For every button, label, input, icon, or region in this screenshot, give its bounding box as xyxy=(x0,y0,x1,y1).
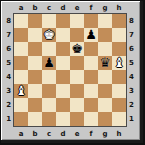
file-label: f xyxy=(84,130,98,139)
rank-label: 4 xyxy=(128,70,137,84)
square-d2[interactable] xyxy=(56,98,70,112)
square-b2[interactable] xyxy=(28,98,42,112)
board-frame-panel: abcdefgh abcdefgh 87654321 87654321 ♚♟♚♟… xyxy=(1,1,143,143)
rank-label: 1 xyxy=(128,112,137,126)
square-f7[interactable]: ♟ xyxy=(84,28,98,42)
file-label: a xyxy=(14,4,28,13)
square-h4[interactable] xyxy=(112,70,126,84)
square-g5[interactable]: ♛ xyxy=(98,56,112,70)
square-g4[interactable] xyxy=(98,70,112,84)
square-d8[interactable] xyxy=(56,14,70,28)
square-d4[interactable] xyxy=(56,70,70,84)
rank-labels-right: 87654321 xyxy=(128,14,137,126)
square-d6[interactable] xyxy=(56,42,70,56)
square-c4[interactable] xyxy=(42,70,56,84)
square-c8[interactable] xyxy=(42,14,56,28)
square-g6[interactable] xyxy=(98,42,112,56)
square-e4[interactable] xyxy=(70,70,84,84)
square-f2[interactable] xyxy=(84,98,98,112)
file-labels-bottom: abcdefgh xyxy=(14,130,126,139)
rank-label: 6 xyxy=(3,42,12,56)
square-f6[interactable] xyxy=(84,42,98,56)
square-g2[interactable] xyxy=(98,98,112,112)
square-e5[interactable] xyxy=(70,56,84,70)
rank-label: 2 xyxy=(128,98,137,112)
square-c3[interactable] xyxy=(42,84,56,98)
square-a7[interactable] xyxy=(14,28,28,42)
square-h3[interactable] xyxy=(112,84,126,98)
black-pawn[interactable]: ♟ xyxy=(84,28,98,42)
white-bishop[interactable]: ♝ xyxy=(14,84,28,98)
rank-label: 8 xyxy=(3,14,12,28)
square-c6[interactable] xyxy=(42,42,56,56)
square-e3[interactable] xyxy=(70,84,84,98)
file-label: d xyxy=(56,130,70,139)
square-d7[interactable] xyxy=(56,28,70,42)
square-e6[interactable]: ♚ xyxy=(70,42,84,56)
rank-labels-left: 87654321 xyxy=(3,14,12,126)
square-h2[interactable] xyxy=(112,98,126,112)
square-a6[interactable] xyxy=(14,42,28,56)
black-pawn[interactable]: ♟ xyxy=(42,56,56,70)
file-label: h xyxy=(112,4,126,13)
square-d3[interactable] xyxy=(56,84,70,98)
square-h6[interactable] xyxy=(112,42,126,56)
square-f3[interactable] xyxy=(84,84,98,98)
file-label: g xyxy=(98,130,112,139)
square-a4[interactable] xyxy=(14,70,28,84)
rank-label: 2 xyxy=(3,98,12,112)
black-king[interactable]: ♚ xyxy=(70,42,84,56)
file-label: c xyxy=(42,4,56,13)
rank-label: 6 xyxy=(128,42,137,56)
square-b7[interactable] xyxy=(28,28,42,42)
rank-label: 7 xyxy=(128,28,137,42)
square-a3[interactable]: ♝ xyxy=(14,84,28,98)
square-b3[interactable] xyxy=(28,84,42,98)
board-border: ♚♟♚♟♛♝♝ xyxy=(13,13,127,127)
square-a5[interactable] xyxy=(14,56,28,70)
square-e1[interactable] xyxy=(70,112,84,126)
file-label: b xyxy=(28,130,42,139)
file-label: a xyxy=(14,130,28,139)
square-e8[interactable] xyxy=(70,14,84,28)
file-label: h xyxy=(112,130,126,139)
square-d5[interactable] xyxy=(56,56,70,70)
rank-label: 7 xyxy=(3,28,12,42)
square-b6[interactable] xyxy=(28,42,42,56)
file-label: b xyxy=(28,4,42,13)
square-b8[interactable] xyxy=(28,14,42,28)
square-f5[interactable] xyxy=(84,56,98,70)
rank-label: 8 xyxy=(128,14,137,28)
square-g3[interactable] xyxy=(98,84,112,98)
square-g8[interactable] xyxy=(98,14,112,28)
square-g7[interactable] xyxy=(98,28,112,42)
rank-label: 4 xyxy=(3,70,12,84)
white-king[interactable]: ♚ xyxy=(42,28,56,42)
square-b1[interactable] xyxy=(28,112,42,126)
square-c2[interactable] xyxy=(42,98,56,112)
square-f8[interactable] xyxy=(84,14,98,28)
square-a1[interactable] xyxy=(14,112,28,126)
rank-label: 5 xyxy=(3,56,12,70)
chess-diagram: abcdefgh abcdefgh 87654321 87654321 ♚♟♚♟… xyxy=(0,0,145,145)
square-h8[interactable] xyxy=(112,14,126,28)
square-f1[interactable] xyxy=(84,112,98,126)
square-e7[interactable] xyxy=(70,28,84,42)
rank-label: 5 xyxy=(128,56,137,70)
square-h7[interactable] xyxy=(112,28,126,42)
square-g1[interactable] xyxy=(98,112,112,126)
square-c7[interactable]: ♚ xyxy=(42,28,56,42)
black-queen[interactable]: ♛ xyxy=(98,56,112,70)
file-label: e xyxy=(70,130,84,139)
file-label: d xyxy=(56,4,70,13)
white-bishop[interactable]: ♝ xyxy=(112,56,126,70)
square-b4[interactable] xyxy=(28,70,42,84)
square-a8[interactable] xyxy=(14,14,28,28)
square-h1[interactable] xyxy=(112,112,126,126)
square-b5[interactable] xyxy=(28,56,42,70)
file-label: g xyxy=(98,4,112,13)
rank-label: 3 xyxy=(128,84,137,98)
board: ♚♟♚♟♛♝♝ xyxy=(14,14,126,126)
rank-label: 3 xyxy=(3,84,12,98)
square-h5[interactable]: ♝ xyxy=(112,56,126,70)
file-label: e xyxy=(70,4,84,13)
rank-label: 1 xyxy=(3,112,12,126)
file-label: c xyxy=(42,130,56,139)
square-e2[interactable] xyxy=(70,98,84,112)
square-d1[interactable] xyxy=(56,112,70,126)
square-c1[interactable] xyxy=(42,112,56,126)
square-a2[interactable] xyxy=(14,98,28,112)
file-label: f xyxy=(84,4,98,13)
square-f4[interactable] xyxy=(84,70,98,84)
file-labels-top: abcdefgh xyxy=(14,4,126,13)
square-c5[interactable]: ♟ xyxy=(42,56,56,70)
